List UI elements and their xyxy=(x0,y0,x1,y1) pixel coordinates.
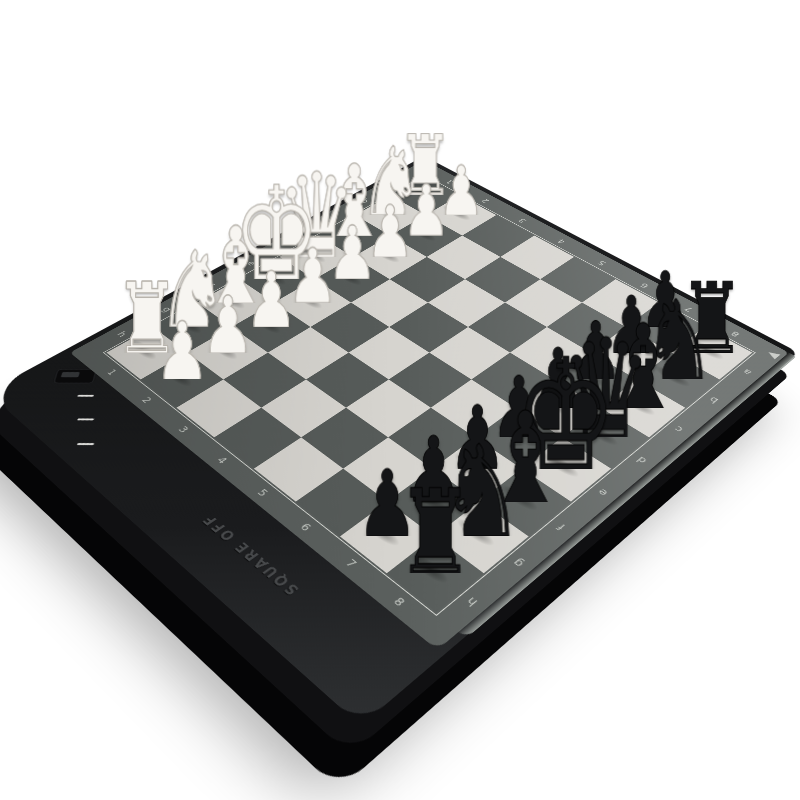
square-e8 xyxy=(522,437,611,501)
rank-label-6: 6 xyxy=(299,521,314,532)
file-label-far-c: c xyxy=(324,218,335,224)
rank-label-5: 5 xyxy=(256,487,271,498)
rank-label-7: 7 xyxy=(344,557,360,569)
piece-shadow xyxy=(406,551,453,588)
indicator-tick-icon xyxy=(77,443,94,445)
brand-text: SQUARE OFF xyxy=(198,511,303,597)
rank-label-far-1: 1 xyxy=(444,179,455,185)
piece-shadow xyxy=(531,390,574,418)
rank-label-far-2: 2 xyxy=(480,198,491,204)
square-g4 xyxy=(261,379,346,437)
square-h7 xyxy=(340,502,434,574)
square-g8 xyxy=(434,502,528,574)
rank-label-3: 3 xyxy=(177,424,191,434)
file-label-far-h: h xyxy=(116,330,129,338)
square-d8 xyxy=(562,408,649,469)
square-g7 xyxy=(387,469,479,537)
file-label-g: g xyxy=(511,557,526,569)
board-frame: SQUARE OFF a1a1b2b2c3c3d4d4e5e5f6f6g7g7h… xyxy=(0,156,799,726)
file-label-far-e: e xyxy=(246,259,258,266)
rank-label-far-6: 6 xyxy=(639,282,651,289)
piece-shadow xyxy=(450,449,494,480)
file-label-far-g: g xyxy=(161,305,174,313)
file-label-far-f: f xyxy=(205,282,216,288)
piece-shadow xyxy=(496,481,542,514)
square-h3 xyxy=(176,379,261,437)
rank-label-far-5: 5 xyxy=(596,259,608,266)
corner-arrow-icon xyxy=(766,350,781,360)
square-f7 xyxy=(432,437,521,501)
file-label-a: a xyxy=(741,368,753,377)
square-e7 xyxy=(475,408,562,469)
file-label-far-d: d xyxy=(285,238,297,245)
file-label-d: d xyxy=(635,455,649,465)
square-f8 xyxy=(479,469,571,537)
rank-label-8: 8 xyxy=(392,595,408,608)
piece-shadow xyxy=(406,481,451,514)
square-off-chessboard: SQUARE OFF a1a1b2b2c3c3d4d4e5e5f6f6g7g7h… xyxy=(0,156,799,726)
piece-shadow xyxy=(615,390,659,418)
square-e6 xyxy=(431,379,516,437)
product-photo: SQUARE OFF a1a1b2b2c3c3d4d4e5e5f6f6g7g7h… xyxy=(0,0,800,800)
rank-label-far-4: 4 xyxy=(556,238,567,245)
square-d7 xyxy=(516,379,601,437)
squareoff-logo-emblem-icon xyxy=(53,369,98,384)
square-f6 xyxy=(388,408,475,469)
file-label-far-b: b xyxy=(360,198,371,204)
piece-shadow xyxy=(452,515,499,549)
boundary-line xyxy=(103,175,756,616)
piece-shadow xyxy=(359,515,404,549)
file-label-h: h xyxy=(464,595,480,608)
file-label-c: c xyxy=(672,425,685,434)
file-label-f: f xyxy=(556,522,568,531)
square-h6 xyxy=(296,469,388,537)
square-c8 xyxy=(600,379,685,437)
file-label-b: b xyxy=(707,395,720,404)
piece-shadow xyxy=(491,419,534,448)
square-h8 xyxy=(387,536,484,612)
rank-label-2: 2 xyxy=(140,395,154,404)
rank-label-4: 4 xyxy=(215,455,230,465)
square-h5 xyxy=(254,437,343,501)
square-g5 xyxy=(301,408,388,469)
piece-shadow xyxy=(578,419,623,448)
file-label-far-a: a xyxy=(395,179,406,185)
rank-label-far-8: 8 xyxy=(729,330,741,338)
square-g6 xyxy=(343,437,432,501)
indicator-tick-icon xyxy=(77,395,94,397)
square-h4 xyxy=(214,408,301,469)
rank-label-far-3: 3 xyxy=(517,217,528,224)
indicator-tick-icon xyxy=(77,418,94,420)
file-label-e: e xyxy=(596,487,610,498)
square-f5 xyxy=(346,379,431,437)
rank-label-far-7: 7 xyxy=(683,305,695,313)
rank-label-1: 1 xyxy=(106,368,120,377)
piece-shadow xyxy=(538,449,583,480)
